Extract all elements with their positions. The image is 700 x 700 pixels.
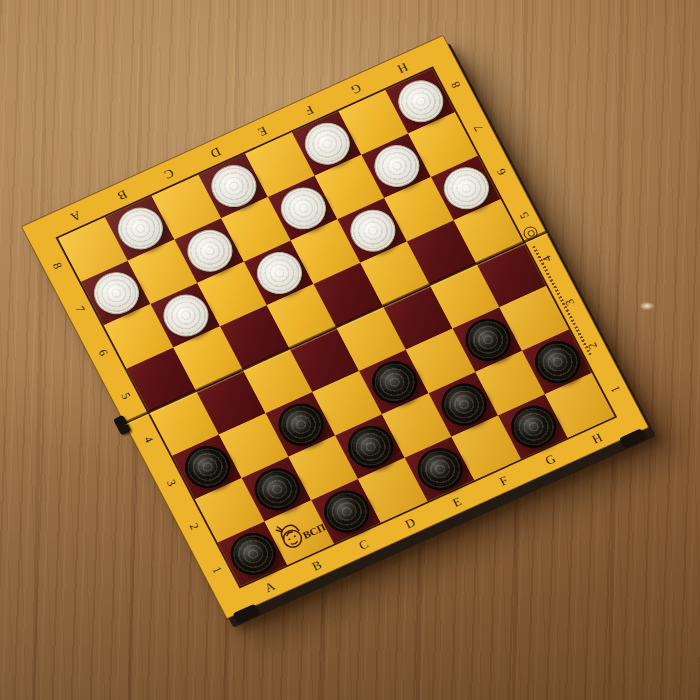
logo-scarf-knot-icon [275, 526, 282, 533]
rank-label-left-8: 8 [28, 244, 87, 288]
rank-label-left-4: 4 [119, 418, 178, 462]
wood-scuff-mark [636, 300, 658, 312]
product-photo-scene: ABCDEFGH ABCDEFGH 87654321 87654321 [0, 0, 700, 700]
logo-text: ВСП [301, 521, 328, 541]
rank-label-left-6: 6 [74, 331, 133, 375]
rank-label-right-1: 1 [586, 367, 645, 411]
rank-label-left-2: 2 [165, 505, 224, 549]
rank-label-right-7: 7 [449, 107, 508, 151]
logo-smile-icon [291, 541, 297, 545]
